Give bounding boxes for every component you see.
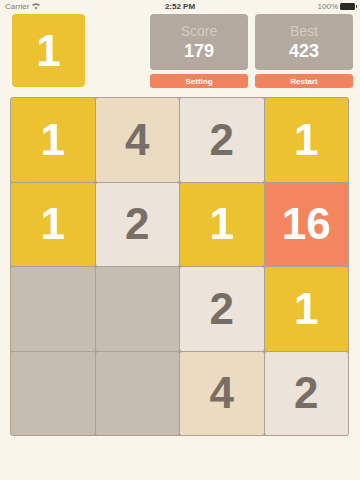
current-tile: 1 (12, 14, 85, 87)
empty-cell (96, 267, 180, 351)
score-panel: Score 179 (150, 14, 248, 70)
empty-cell (11, 267, 95, 351)
score-value: 179 (150, 41, 248, 62)
tile-1: 1 (265, 267, 349, 351)
wifi-icon (31, 2, 41, 12)
tile-16: 16 (265, 183, 349, 267)
carrier-label: Carrier (5, 2, 29, 11)
restart-button[interactable]: Restart (255, 74, 353, 88)
empty-cell (11, 352, 95, 436)
board[interactable]: 1421121162142 (10, 97, 349, 436)
time-label: 2:52 PM (165, 2, 195, 11)
tile-2: 2 (180, 267, 264, 351)
tile-2: 2 (180, 98, 264, 182)
tile-1: 1 (180, 183, 264, 267)
tile-1: 1 (11, 183, 95, 267)
best-panel: Best 423 (255, 14, 353, 70)
app-screen: Carrier 2:52 PM 100% 1 Score 179 Best 42… (0, 0, 360, 480)
tile-4: 4 (180, 352, 264, 436)
score-label: Score (150, 23, 248, 39)
setting-button[interactable]: Setting (150, 74, 248, 88)
best-value: 423 (255, 41, 353, 62)
tile-2: 2 (96, 183, 180, 267)
battery-icon (340, 3, 355, 10)
current-tile-value: 1 (36, 26, 60, 76)
tile-1: 1 (265, 98, 349, 182)
battery-percent: 100% (318, 2, 338, 11)
tile-2: 2 (265, 352, 349, 436)
tile-4: 4 (96, 98, 180, 182)
status-bar: Carrier 2:52 PM 100% (0, 0, 360, 13)
best-label: Best (255, 23, 353, 39)
empty-cell (96, 352, 180, 436)
tile-1: 1 (11, 98, 95, 182)
